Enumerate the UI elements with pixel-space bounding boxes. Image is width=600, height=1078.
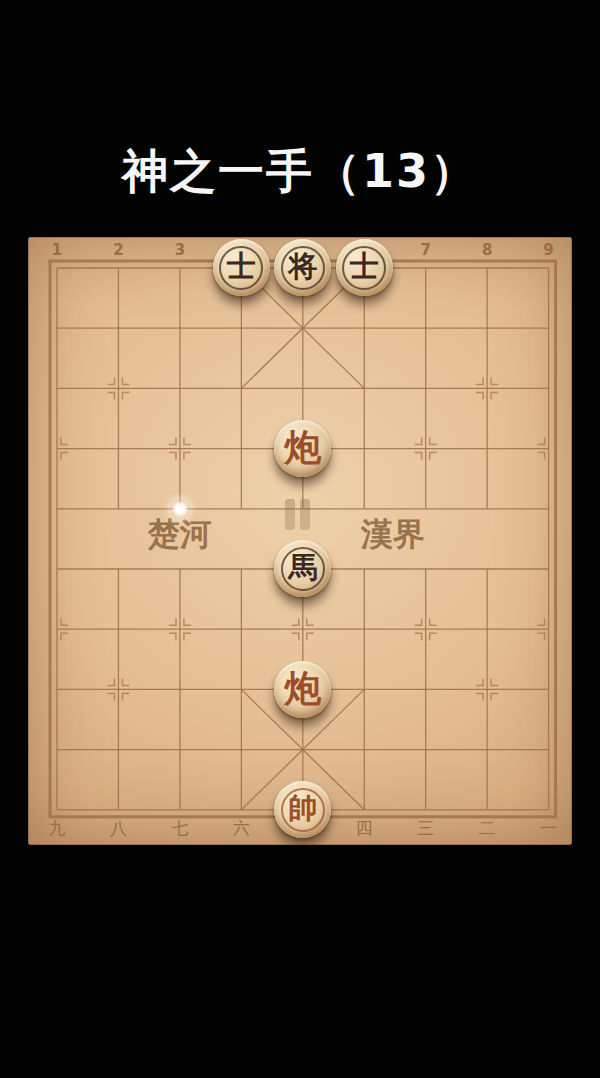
puzzle-title: 神之一手（13） (0, 146, 600, 197)
piece-black-general[interactable]: 将 (274, 239, 331, 296)
piece-glyph: 炮 (284, 670, 321, 707)
board-points-grid: 士将士炮馬炮帥 (28, 238, 572, 840)
xiangqi-board[interactable]: 1 2 3 4 5 6 7 8 9 九 八 七 六 五 四 三 二 一 楚河 漢… (28, 237, 572, 845)
piece-red-cannon[interactable]: 炮 (274, 661, 331, 718)
piece-glyph: 将 (288, 252, 317, 281)
piece-glyph: 炮 (284, 429, 321, 466)
piece-glyph: 帥 (288, 794, 317, 823)
piece-glyph: 士 (350, 252, 379, 281)
highlight-glow-dot (162, 491, 198, 527)
piece-red-cannon[interactable]: 炮 (274, 420, 331, 477)
piece-glyph: 士 (227, 252, 256, 281)
piece-red-general[interactable]: 帥 (274, 781, 331, 838)
app-screen: 神之一手（13） 1 2 3 4 5 6 7 8 9 九 八 七 六 五 四 三… (0, 0, 600, 1078)
piece-black-horse[interactable]: 馬 (274, 540, 331, 597)
piece-black-advisor[interactable]: 士 (213, 239, 270, 296)
piece-glyph: 馬 (288, 553, 317, 582)
piece-black-advisor[interactable]: 士 (336, 239, 393, 296)
